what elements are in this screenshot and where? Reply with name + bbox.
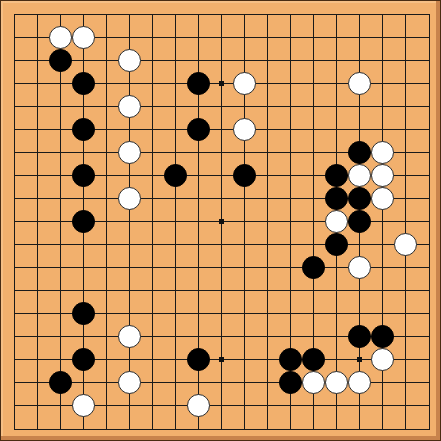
black-stone[interactable] — [72, 348, 95, 371]
black-stone[interactable] — [302, 256, 325, 279]
star-point — [219, 357, 224, 362]
white-stone[interactable] — [187, 394, 210, 417]
black-stone[interactable] — [72, 72, 95, 95]
white-stone[interactable] — [302, 371, 325, 394]
star-point — [219, 219, 224, 224]
black-stone[interactable] — [72, 210, 95, 233]
white-stone[interactable] — [325, 371, 348, 394]
white-stone[interactable] — [371, 164, 394, 187]
black-stone[interactable] — [325, 233, 348, 256]
black-stone[interactable] — [371, 325, 394, 348]
white-stone[interactable] — [394, 233, 417, 256]
white-stone[interactable] — [118, 371, 141, 394]
black-stone[interactable] — [187, 348, 210, 371]
black-stone[interactable] — [325, 187, 348, 210]
black-stone[interactable] — [325, 164, 348, 187]
black-stone[interactable] — [279, 371, 302, 394]
black-stone[interactable] — [72, 302, 95, 325]
black-stone[interactable] — [348, 210, 371, 233]
white-stone[interactable] — [348, 72, 371, 95]
white-stone[interactable] — [118, 49, 141, 72]
star-point — [219, 81, 224, 86]
go-board[interactable] — [0, 0, 441, 441]
black-stone[interactable] — [279, 348, 302, 371]
black-stone[interactable] — [49, 49, 72, 72]
white-stone[interactable] — [233, 72, 256, 95]
black-stone[interactable] — [348, 187, 371, 210]
white-stone[interactable] — [371, 348, 394, 371]
grid-line-horizontal — [14, 244, 430, 245]
white-stone[interactable] — [118, 187, 141, 210]
grid-line-vertical — [267, 14, 268, 430]
white-stone[interactable] — [72, 26, 95, 49]
white-stone[interactable] — [72, 394, 95, 417]
white-stone[interactable] — [348, 164, 371, 187]
white-stone[interactable] — [348, 371, 371, 394]
white-stone[interactable] — [325, 210, 348, 233]
grid-line-horizontal — [14, 429, 430, 430]
black-stone[interactable] — [72, 164, 95, 187]
white-stone[interactable] — [118, 325, 141, 348]
white-stone[interactable] — [371, 141, 394, 164]
black-stone[interactable] — [72, 118, 95, 141]
grid-line-horizontal — [14, 290, 430, 291]
go-diagram — [0, 0, 441, 441]
white-stone[interactable] — [49, 26, 72, 49]
black-stone[interactable] — [348, 141, 371, 164]
black-stone[interactable] — [348, 325, 371, 348]
black-stone[interactable] — [49, 371, 72, 394]
black-stone[interactable] — [233, 164, 256, 187]
white-stone[interactable] — [348, 256, 371, 279]
grid-line-vertical — [429, 14, 430, 430]
black-stone[interactable] — [164, 164, 187, 187]
white-stone[interactable] — [118, 95, 141, 118]
star-point — [357, 357, 362, 362]
white-stone[interactable] — [118, 141, 141, 164]
white-stone[interactable] — [371, 187, 394, 210]
grid-line-vertical — [405, 14, 406, 430]
black-stone[interactable] — [187, 72, 210, 95]
black-stone[interactable] — [187, 118, 210, 141]
black-stone[interactable] — [302, 348, 325, 371]
white-stone[interactable] — [233, 118, 256, 141]
